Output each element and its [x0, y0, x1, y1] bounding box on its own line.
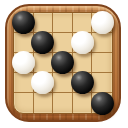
- board-cell[interactable]: [14, 13, 34, 33]
- board-cell[interactable]: [73, 73, 93, 93]
- board-cell[interactable]: [92, 73, 112, 93]
- go-board: [5, 4, 121, 122]
- board-cell[interactable]: [92, 33, 112, 53]
- white-stone[interactable]: [31, 71, 54, 94]
- black-stone[interactable]: [51, 51, 74, 74]
- board-cell[interactable]: [53, 73, 73, 93]
- board-cell[interactable]: [34, 93, 54, 113]
- board-cell[interactable]: [92, 93, 112, 113]
- board-cell[interactable]: [73, 33, 93, 53]
- board-surface: [13, 12, 113, 114]
- white-stone[interactable]: [91, 11, 114, 34]
- board-cell[interactable]: [14, 93, 34, 113]
- board-cell[interactable]: [73, 13, 93, 33]
- board-cell[interactable]: [53, 13, 73, 33]
- board-cell[interactable]: [53, 93, 73, 113]
- board-cell[interactable]: [53, 53, 73, 73]
- black-stone[interactable]: [12, 11, 35, 34]
- board-cell[interactable]: [73, 53, 93, 73]
- board-cell[interactable]: [92, 53, 112, 73]
- board-cell[interactable]: [34, 33, 54, 53]
- board-cell[interactable]: [34, 73, 54, 93]
- white-stone[interactable]: [71, 31, 94, 54]
- board-cell[interactable]: [14, 53, 34, 73]
- board-cell[interactable]: [73, 93, 93, 113]
- board-grid: [14, 13, 112, 113]
- black-stone[interactable]: [71, 71, 94, 94]
- board-cell[interactable]: [53, 33, 73, 53]
- black-stone[interactable]: [31, 31, 54, 54]
- board-cell[interactable]: [34, 13, 54, 33]
- black-stone[interactable]: [91, 92, 114, 115]
- white-stone[interactable]: [12, 51, 35, 74]
- board-cell[interactable]: [92, 13, 112, 33]
